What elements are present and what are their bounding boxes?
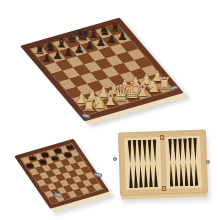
clasp-knob-icon: [206, 160, 210, 164]
checkers-disc-dark: [64, 152, 71, 157]
backgammon-point: [143, 164, 148, 188]
backgammon-point: [138, 164, 143, 188]
chess-piece-black-pawn: ♟: [52, 49, 62, 60]
backgammon-board: [118, 129, 208, 196]
backgammon-point: [183, 138, 188, 162]
product-photo-chess-set[interactable]: ♜♞♝♛♚♝♞♜♟♟♟♟♟♟♟♟♟♟♟♟♟♟♟♟♜♞♝♛♚♝♞♜: [0, 0, 220, 220]
backgammon-point: [148, 163, 153, 187]
backgammon-point: [188, 162, 193, 186]
backgammon-point: [133, 164, 138, 188]
chess-piece-black-pawn: ♟: [74, 43, 84, 54]
chess-piece-black-pawn: ♟: [117, 31, 127, 42]
checkers-disc-dark: [54, 148, 61, 153]
backgammon-point: [127, 140, 132, 164]
backgammon-point: [188, 138, 193, 162]
checkers-disc-dark: [29, 156, 36, 161]
backgammon-points-row: [127, 139, 157, 164]
backgammon-point: [183, 162, 188, 186]
backgammon-point: [173, 162, 178, 186]
backgammon-points-row: [168, 162, 198, 187]
backgammon-point: [193, 162, 198, 186]
backgammon-point: [168, 139, 173, 163]
backgammon-point: [173, 138, 178, 162]
backgammon-point: [132, 140, 137, 164]
clasp-knob-icon: [113, 157, 117, 161]
chess-piece-black-pawn: ♟: [106, 34, 116, 45]
chess-piece-black-pawn: ♟: [42, 52, 52, 63]
backgammon-point: [128, 164, 133, 188]
chess-piece-black-pawn: ♟: [63, 46, 73, 57]
backgammon-panel: [123, 136, 162, 191]
checkers-disc-dark: [42, 152, 49, 157]
backgammon-point: [137, 140, 142, 164]
backgammon-point: [142, 140, 147, 164]
hinge-icon: [160, 135, 164, 140]
backgammon-panel: [164, 135, 203, 190]
backgammon-point: [153, 163, 158, 187]
checkers-disc-dark: [52, 156, 59, 161]
chess-piece-white-rook: ♜: [81, 97, 96, 114]
backgammon-point: [178, 162, 183, 186]
backgammon-point: [152, 139, 157, 163]
checkers-disc-dark: [27, 163, 34, 168]
backgammon-points-row: [128, 163, 158, 188]
backgammon-point: [147, 139, 152, 163]
backgammon-point: [168, 163, 173, 187]
chess-piece-black-pawn: ♟: [85, 40, 95, 51]
backgammon-point: [178, 138, 183, 162]
checkers-disc-dark: [67, 145, 74, 150]
checkers-disc-dark: [39, 160, 46, 165]
hinge-icon: [162, 186, 166, 191]
backgammon-points-row: [168, 138, 198, 163]
backgammon-point: [193, 138, 198, 162]
chess-piece-black-pawn: ♟: [96, 37, 106, 48]
